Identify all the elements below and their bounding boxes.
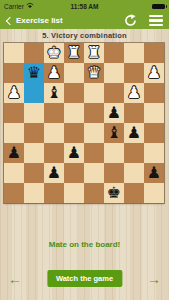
white-queen[interactable]: ♛ bbox=[87, 63, 101, 83]
square-f6[interactable] bbox=[104, 83, 124, 103]
square-g5[interactable] bbox=[124, 103, 144, 123]
square-c2[interactable]: ♟ bbox=[44, 163, 64, 183]
square-g7[interactable] bbox=[124, 63, 144, 83]
page-title: 5. Victory combination bbox=[0, 31, 169, 40]
square-h7[interactable]: ♟ bbox=[144, 63, 164, 83]
square-a4[interactable] bbox=[4, 123, 24, 143]
square-a5[interactable] bbox=[4, 103, 24, 123]
black-pawn[interactable]: ♟ bbox=[47, 163, 61, 183]
black-pawn[interactable]: ♟ bbox=[147, 163, 161, 183]
square-c1[interactable] bbox=[44, 183, 64, 203]
square-d1[interactable] bbox=[64, 183, 84, 203]
square-b1[interactable] bbox=[24, 183, 44, 203]
white-rook[interactable]: ♜ bbox=[67, 43, 81, 63]
square-d7[interactable] bbox=[64, 63, 84, 83]
status-message: Mate on the board! bbox=[0, 240, 169, 249]
square-f4[interactable]: ♝ bbox=[104, 123, 124, 143]
square-h4[interactable] bbox=[144, 123, 164, 143]
square-a7[interactable] bbox=[4, 63, 24, 83]
square-c5[interactable] bbox=[44, 103, 64, 123]
clock: 11:58 AM bbox=[71, 3, 99, 10]
back-button[interactable]: Exercise list bbox=[6, 16, 63, 25]
square-b6[interactable] bbox=[24, 83, 44, 103]
square-e4[interactable] bbox=[84, 123, 104, 143]
square-f3[interactable] bbox=[104, 143, 124, 163]
white-pawn[interactable]: ♟ bbox=[147, 63, 161, 83]
square-a1[interactable] bbox=[4, 183, 24, 203]
nav-bar: Exercise list bbox=[0, 12, 169, 29]
square-g3[interactable] bbox=[124, 143, 144, 163]
square-f1[interactable]: ♚ bbox=[104, 183, 124, 203]
chess-board: ♚♜♜♛♟♛♟♟♝♟♟♝♟♟♟♟♟♚ bbox=[4, 43, 164, 203]
square-f8[interactable] bbox=[104, 43, 124, 63]
square-d3[interactable]: ♟ bbox=[64, 143, 84, 163]
white-rook[interactable]: ♜ bbox=[87, 43, 101, 63]
square-c3[interactable] bbox=[44, 143, 64, 163]
square-a3[interactable]: ♟ bbox=[4, 143, 24, 163]
square-h3[interactable] bbox=[144, 143, 164, 163]
hamburger-menu-icon[interactable] bbox=[149, 15, 163, 26]
square-d2[interactable] bbox=[64, 163, 84, 183]
black-pawn[interactable]: ♟ bbox=[127, 123, 141, 143]
black-queen[interactable]: ♛ bbox=[27, 63, 41, 83]
chevron-left-icon bbox=[6, 16, 14, 24]
square-e2[interactable] bbox=[84, 163, 104, 183]
square-d4[interactable] bbox=[64, 123, 84, 143]
watch-the-game-button[interactable]: Watch the game bbox=[47, 270, 122, 287]
square-e8[interactable]: ♜ bbox=[84, 43, 104, 63]
square-e3[interactable] bbox=[84, 143, 104, 163]
square-f7[interactable] bbox=[104, 63, 124, 83]
white-pawn[interactable]: ♟ bbox=[7, 83, 21, 103]
square-b8[interactable] bbox=[24, 43, 44, 63]
square-d5[interactable] bbox=[64, 103, 84, 123]
bottom-controls: ← Watch the game → bbox=[0, 268, 169, 300]
square-e6[interactable] bbox=[84, 83, 104, 103]
status-bar: Carrier 11:58 AM bbox=[0, 0, 169, 12]
square-e7[interactable]: ♛ bbox=[84, 63, 104, 83]
previous-exercise-arrow[interactable]: ← bbox=[8, 272, 22, 286]
white-pawn[interactable]: ♟ bbox=[127, 83, 141, 103]
square-h6[interactable] bbox=[144, 83, 164, 103]
square-g4[interactable]: ♟ bbox=[124, 123, 144, 143]
battery-icon bbox=[152, 4, 165, 9]
square-a6[interactable]: ♟ bbox=[4, 83, 24, 103]
black-bishop[interactable]: ♝ bbox=[47, 83, 61, 103]
black-king[interactable]: ♚ bbox=[107, 183, 121, 203]
square-h2[interactable]: ♟ bbox=[144, 163, 164, 183]
square-b3[interactable] bbox=[24, 143, 44, 163]
square-a8[interactable] bbox=[4, 43, 24, 63]
app-screen: Carrier 11:58 AM Exercise list bbox=[0, 0, 169, 300]
refresh-icon[interactable] bbox=[124, 14, 137, 27]
square-g8[interactable] bbox=[124, 43, 144, 63]
black-pawn[interactable]: ♟ bbox=[7, 143, 21, 163]
square-b2[interactable] bbox=[24, 163, 44, 183]
next-exercise-arrow[interactable]: → bbox=[147, 272, 161, 286]
square-a2[interactable] bbox=[4, 163, 24, 183]
square-b4[interactable] bbox=[24, 123, 44, 143]
black-pawn[interactable]: ♟ bbox=[67, 143, 81, 163]
square-c8[interactable]: ♚ bbox=[44, 43, 64, 63]
square-g2[interactable] bbox=[124, 163, 144, 183]
black-pawn[interactable]: ♟ bbox=[107, 103, 121, 123]
square-g6[interactable]: ♟ bbox=[124, 83, 144, 103]
square-b5[interactable] bbox=[24, 103, 44, 123]
white-king[interactable]: ♚ bbox=[47, 43, 61, 63]
back-button-label: Exercise list bbox=[16, 16, 63, 25]
square-g1[interactable] bbox=[124, 183, 144, 203]
square-d8[interactable]: ♜ bbox=[64, 43, 84, 63]
black-bishop[interactable]: ♝ bbox=[107, 123, 121, 143]
square-c7[interactable]: ♟ bbox=[44, 63, 64, 83]
square-h1[interactable] bbox=[144, 183, 164, 203]
square-h5[interactable] bbox=[144, 103, 164, 123]
square-f5[interactable]: ♟ bbox=[104, 103, 124, 123]
square-c4[interactable] bbox=[44, 123, 64, 143]
square-d6[interactable] bbox=[64, 83, 84, 103]
square-b7[interactable]: ♛ bbox=[24, 63, 44, 83]
square-f2[interactable] bbox=[104, 163, 124, 183]
carrier-label: Carrier bbox=[4, 3, 24, 10]
square-h8[interactable] bbox=[144, 43, 164, 63]
wifi-icon bbox=[26, 2, 34, 10]
square-e1[interactable] bbox=[84, 183, 104, 203]
square-e5[interactable] bbox=[84, 103, 104, 123]
white-pawn[interactable]: ♟ bbox=[47, 63, 61, 83]
square-c6[interactable]: ♝ bbox=[44, 83, 64, 103]
